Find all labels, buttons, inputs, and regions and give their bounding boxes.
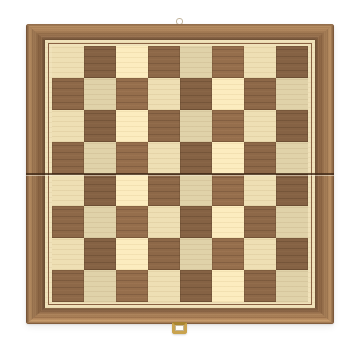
square-h5: [276, 142, 308, 174]
brass-clasp: [172, 322, 187, 334]
square-f4: [212, 174, 244, 206]
square-c5: [116, 142, 148, 174]
square-g4: [244, 174, 276, 206]
square-c2: [116, 238, 148, 270]
square-b7: [84, 78, 116, 110]
square-h6: [276, 110, 308, 142]
square-b5: [84, 142, 116, 174]
square-d4: [148, 174, 180, 206]
square-g2: [244, 238, 276, 270]
square-b4: [84, 174, 116, 206]
product-photo: [0, 0, 360, 360]
square-e7: [180, 78, 212, 110]
square-a8: [52, 46, 84, 78]
square-g1: [244, 270, 276, 302]
square-d2: [148, 238, 180, 270]
square-d3: [148, 206, 180, 238]
square-d5: [148, 142, 180, 174]
square-g7: [244, 78, 276, 110]
square-f3: [212, 206, 244, 238]
square-e6: [180, 110, 212, 142]
square-f5: [212, 142, 244, 174]
square-e2: [180, 238, 212, 270]
square-d8: [148, 46, 180, 78]
square-e5: [180, 142, 212, 174]
square-f8: [212, 46, 244, 78]
square-d6: [148, 110, 180, 142]
square-f1: [212, 270, 244, 302]
square-h2: [276, 238, 308, 270]
board-frame-top: [26, 24, 334, 40]
square-b1: [84, 270, 116, 302]
square-h8: [276, 46, 308, 78]
square-a4: [52, 174, 84, 206]
square-f7: [212, 78, 244, 110]
square-e4: [180, 174, 212, 206]
square-g6: [244, 110, 276, 142]
square-a7: [52, 78, 84, 110]
square-h4: [276, 174, 308, 206]
square-a5: [52, 142, 84, 174]
square-b6: [84, 110, 116, 142]
square-c4: [116, 174, 148, 206]
square-b8: [84, 46, 116, 78]
square-c6: [116, 110, 148, 142]
square-d1: [148, 270, 180, 302]
square-e8: [180, 46, 212, 78]
square-a1: [52, 270, 84, 302]
square-h3: [276, 206, 308, 238]
square-a6: [52, 110, 84, 142]
square-g8: [244, 46, 276, 78]
square-a2: [52, 238, 84, 270]
fold-seam: [26, 173, 334, 176]
chess-box: [26, 24, 334, 324]
square-e1: [180, 270, 212, 302]
square-h7: [276, 78, 308, 110]
square-c8: [116, 46, 148, 78]
square-g3: [244, 206, 276, 238]
square-f6: [212, 110, 244, 142]
chess-board: [26, 24, 334, 324]
square-g5: [244, 142, 276, 174]
square-c1: [116, 270, 148, 302]
square-e3: [180, 206, 212, 238]
square-d7: [148, 78, 180, 110]
square-b3: [84, 206, 116, 238]
square-a3: [52, 206, 84, 238]
square-h1: [276, 270, 308, 302]
square-c3: [116, 206, 148, 238]
square-b2: [84, 238, 116, 270]
square-c7: [116, 78, 148, 110]
square-f2: [212, 238, 244, 270]
